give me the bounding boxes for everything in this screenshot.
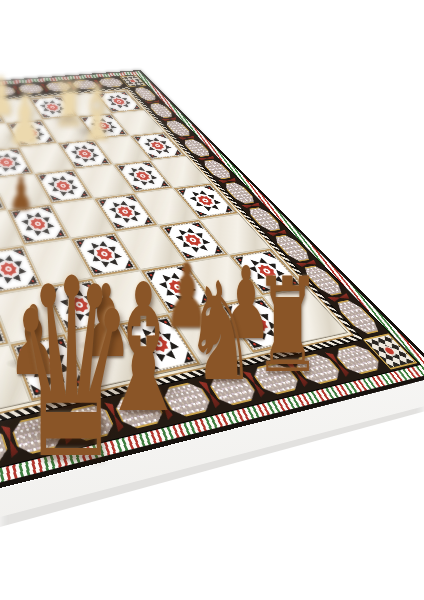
pieces-layer: ♟♜♝♟♟♟♟♟♜♟♞♝♛ <box>0 0 424 600</box>
product-photo: ♟♜♝♟♟♟♟♟♜♟♞♝♛ <box>0 0 424 600</box>
chess-piece-brown-queen: ♛ <box>0 254 163 437</box>
chess-piece-cream-pawn: ♟ <box>0 87 51 139</box>
chess-piece-brown-pawn: ♟ <box>4 172 38 206</box>
chess-piece-cream-bishop: ♝ <box>68 76 126 134</box>
